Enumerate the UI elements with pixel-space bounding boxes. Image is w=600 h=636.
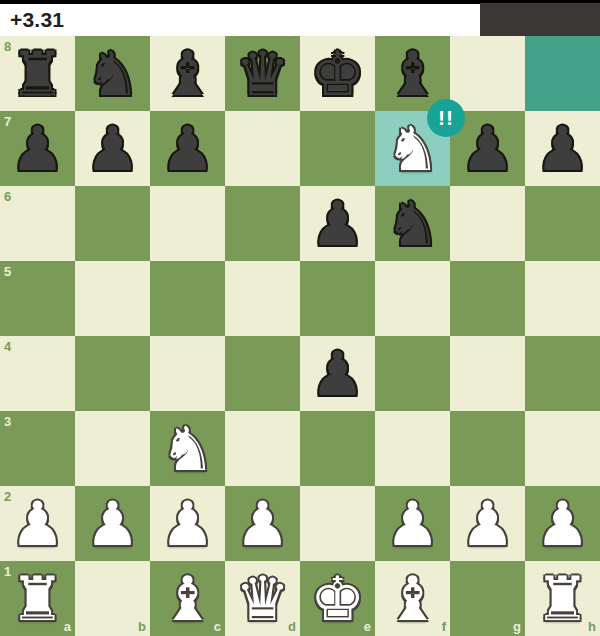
square-e6[interactable]: ♟ <box>300 186 375 261</box>
square-g2[interactable]: ♟ <box>450 486 525 561</box>
square-a2[interactable]: 2♟ <box>0 486 75 561</box>
white-pawn-a2: ♟ <box>0 486 75 561</box>
rank-label-3: 3 <box>4 415 11 428</box>
white-rook-a1: ♜ <box>0 561 75 636</box>
white-pawn-h2: ♟ <box>525 486 600 561</box>
square-a6[interactable]: 6 <box>0 186 75 261</box>
chess-board: 8♜♞♝♛♚♝7♟♟♟♞♟♟6♟♞54♟3♞2♟♟♟♟♟♟♟1a♜bc♝d♛e♚… <box>0 36 600 636</box>
square-d5[interactable] <box>225 261 300 336</box>
square-b1[interactable]: b <box>75 561 150 636</box>
square-c2[interactable]: ♟ <box>150 486 225 561</box>
square-b4[interactable] <box>75 336 150 411</box>
white-queen-d1: ♛ <box>225 561 300 636</box>
square-g1[interactable]: g <box>450 561 525 636</box>
square-e3[interactable] <box>300 411 375 486</box>
square-b5[interactable] <box>75 261 150 336</box>
square-h6[interactable] <box>525 186 600 261</box>
black-knight-b8: ♞ <box>75 36 150 111</box>
chess-board-container: 8♜♞♝♛♚♝7♟♟♟♞♟♟6♟♞54♟3♞2♟♟♟♟♟♟♟1a♜bc♝d♛e♚… <box>0 36 600 636</box>
rank-label-4: 4 <box>4 340 11 353</box>
square-c1[interactable]: c♝ <box>150 561 225 636</box>
square-f6[interactable]: ♞ <box>375 186 450 261</box>
square-c4[interactable] <box>150 336 225 411</box>
square-c6[interactable] <box>150 186 225 261</box>
file-label-g: g <box>513 620 521 633</box>
square-c7[interactable]: ♟ <box>150 111 225 186</box>
square-h7[interactable]: ♟ <box>525 111 600 186</box>
white-bishop-f1: ♝ <box>375 561 450 636</box>
square-d8[interactable]: ♛ <box>225 36 300 111</box>
black-king-e8: ♚ <box>300 36 375 111</box>
square-a7[interactable]: 7♟ <box>0 111 75 186</box>
square-a1[interactable]: 1a♜ <box>0 561 75 636</box>
square-b2[interactable]: ♟ <box>75 486 150 561</box>
square-d1[interactable]: d♛ <box>225 561 300 636</box>
black-queen-d8: ♛ <box>225 36 300 111</box>
white-rook-h1: ♜ <box>525 561 600 636</box>
black-pawn-c7: ♟ <box>150 111 225 186</box>
header-dark-panel <box>480 3 600 36</box>
black-pawn-a7: ♟ <box>0 111 75 186</box>
square-e8[interactable]: ♚ <box>300 36 375 111</box>
white-pawn-b2: ♟ <box>75 486 150 561</box>
black-pawn-h7: ♟ <box>525 111 600 186</box>
square-c5[interactable] <box>150 261 225 336</box>
black-pawn-e4: ♟ <box>300 336 375 411</box>
black-rook-a8: ♜ <box>0 36 75 111</box>
square-b7[interactable]: ♟ <box>75 111 150 186</box>
square-e4[interactable]: ♟ <box>300 336 375 411</box>
square-d7[interactable] <box>225 111 300 186</box>
black-pawn-e6: ♟ <box>300 186 375 261</box>
square-b3[interactable] <box>75 411 150 486</box>
square-b6[interactable] <box>75 186 150 261</box>
brilliant-move-badge: !! <box>427 99 465 137</box>
square-e5[interactable] <box>300 261 375 336</box>
square-h5[interactable] <box>525 261 600 336</box>
white-pawn-g2: ♟ <box>450 486 525 561</box>
square-f3[interactable] <box>375 411 450 486</box>
square-a3[interactable]: 3 <box>0 411 75 486</box>
white-pawn-d2: ♟ <box>225 486 300 561</box>
square-d2[interactable]: ♟ <box>225 486 300 561</box>
white-bishop-c1: ♝ <box>150 561 225 636</box>
square-h1[interactable]: h♜ <box>525 561 600 636</box>
square-h3[interactable] <box>525 411 600 486</box>
square-g5[interactable] <box>450 261 525 336</box>
black-pawn-b7: ♟ <box>75 111 150 186</box>
square-e1[interactable]: e♚ <box>300 561 375 636</box>
white-pawn-f2: ♟ <box>375 486 450 561</box>
square-d6[interactable] <box>225 186 300 261</box>
square-h4[interactable] <box>525 336 600 411</box>
square-f2[interactable]: ♟ <box>375 486 450 561</box>
rank-label-6: 6 <box>4 190 11 203</box>
square-g4[interactable] <box>450 336 525 411</box>
white-knight-c3: ♞ <box>150 411 225 486</box>
top-bar: +3.31 <box>0 0 600 36</box>
square-g8[interactable] <box>450 36 525 111</box>
square-c3[interactable]: ♞ <box>150 411 225 486</box>
square-f5[interactable] <box>375 261 450 336</box>
evaluation-bar: +3.31 <box>0 4 480 36</box>
square-e2[interactable] <box>300 486 375 561</box>
black-bishop-c8: ♝ <box>150 36 225 111</box>
square-g3[interactable] <box>450 411 525 486</box>
black-knight-f6: ♞ <box>375 186 450 261</box>
square-a4[interactable]: 4 <box>0 336 75 411</box>
square-h2[interactable]: ♟ <box>525 486 600 561</box>
white-king-e1: ♚ <box>300 561 375 636</box>
rank-label-5: 5 <box>4 265 11 278</box>
square-d3[interactable] <box>225 411 300 486</box>
evaluation-score: +3.31 <box>10 8 64 32</box>
file-label-b: b <box>138 620 146 633</box>
square-d4[interactable] <box>225 336 300 411</box>
square-f1[interactable]: f♝ <box>375 561 450 636</box>
square-c8[interactable]: ♝ <box>150 36 225 111</box>
square-a5[interactable]: 5 <box>0 261 75 336</box>
white-pawn-c2: ♟ <box>150 486 225 561</box>
square-e7[interactable] <box>300 111 375 186</box>
square-f4[interactable] <box>375 336 450 411</box>
square-a8[interactable]: 8♜ <box>0 36 75 111</box>
square-g6[interactable] <box>450 186 525 261</box>
square-h8[interactable] <box>525 36 600 111</box>
square-b8[interactable]: ♞ <box>75 36 150 111</box>
